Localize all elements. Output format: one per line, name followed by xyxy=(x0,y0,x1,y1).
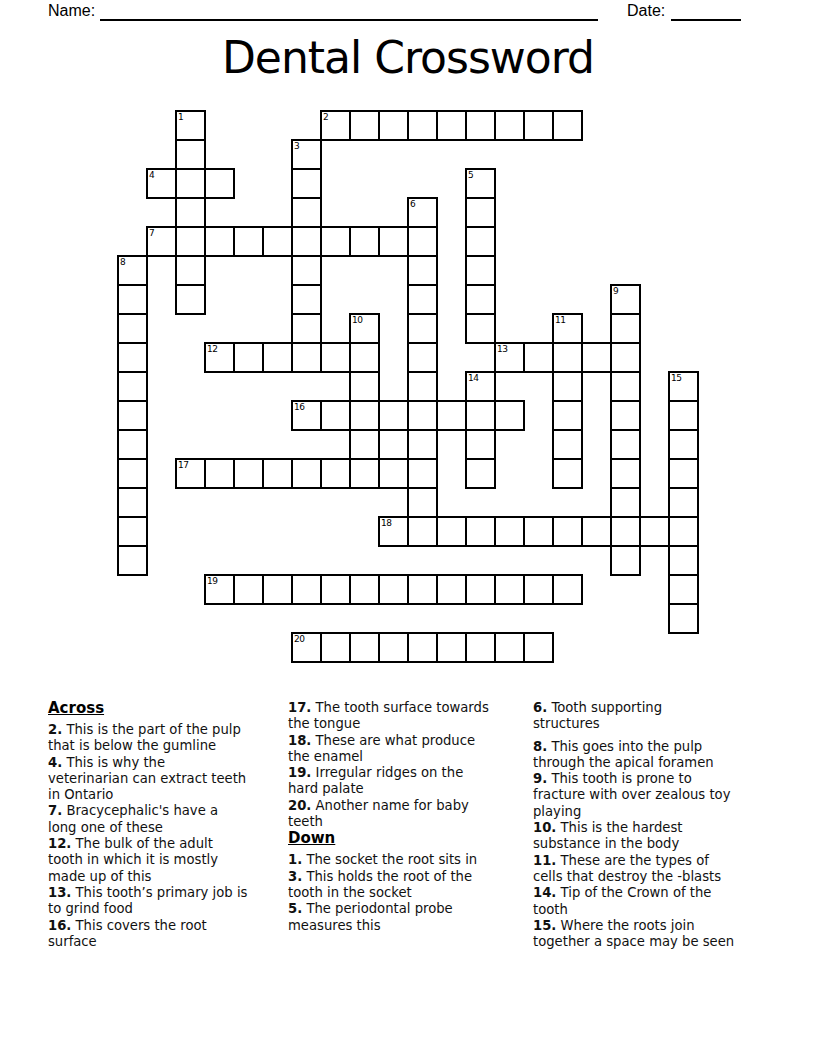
cell-r0c8[interactable] xyxy=(349,110,380,141)
clue-number-2: 2 xyxy=(323,112,328,122)
cell-r12c6[interactable] xyxy=(291,458,322,489)
clue-20-across: 20. Another name for babyteeth xyxy=(288,798,526,831)
clue-6-line-1: 6. Tooth supporting xyxy=(533,700,775,716)
clue-16-across: 16. This covers the rootsurface xyxy=(48,918,286,951)
clue-14-line-1: 14. Tip of the Crown of the xyxy=(533,885,775,901)
cell-r12c8[interactable] xyxy=(349,458,380,489)
clue-13-across: 13. This tooth’s primary job isto grind … xyxy=(48,885,286,918)
date-blank-line[interactable] xyxy=(671,19,741,21)
clue-8-line-1: 8. This goes into the pulp xyxy=(533,739,775,755)
cell-r5c6[interactable] xyxy=(291,255,322,286)
cell-r17c19[interactable] xyxy=(668,603,699,634)
cell-r8c8[interactable] xyxy=(349,342,380,373)
clue-15-down: 15. Where the roots jointogether a space… xyxy=(533,918,775,951)
clue-number-12: 12 xyxy=(207,344,217,354)
cell-r12c5[interactable] xyxy=(262,458,293,489)
cell-r2c12[interactable]: 5 xyxy=(465,168,496,199)
clue-12-across: 12. The bulk of the adulttooth in which … xyxy=(48,836,286,885)
cell-r3c2[interactable] xyxy=(175,197,206,228)
clue-17-across: 17. The tooth surface towardsthe tongue xyxy=(288,700,526,733)
clue-number-13: 13 xyxy=(497,344,507,354)
cell-r7c6[interactable] xyxy=(291,313,322,344)
cell-r8c14[interactable] xyxy=(523,342,554,373)
cell-r14c18[interactable] xyxy=(639,516,670,547)
cell-r12c15[interactable] xyxy=(552,458,583,489)
cell-r10c9[interactable] xyxy=(378,400,409,431)
cell-r2c3[interactable] xyxy=(204,168,235,199)
cell-r13c19[interactable] xyxy=(668,487,699,518)
clue-1-line-1: 1. The socket the root sits in xyxy=(288,852,526,868)
cell-r7c17[interactable] xyxy=(610,313,641,344)
cell-r4c1[interactable]: 7 xyxy=(146,226,177,257)
cell-r8c17[interactable] xyxy=(610,342,641,373)
cell-r12c19[interactable] xyxy=(668,458,699,489)
cell-r11c10[interactable] xyxy=(407,429,438,460)
clue-12-line-1: 12. The bulk of the adult xyxy=(48,836,286,852)
cell-r0c9[interactable] xyxy=(378,110,409,141)
across-heading: Across xyxy=(48,700,286,717)
cell-r5c0[interactable]: 8 xyxy=(117,255,148,286)
clue-number-7: 7 xyxy=(149,228,154,238)
cell-r14c11[interactable] xyxy=(436,516,467,547)
cell-r4c2[interactable] xyxy=(175,226,206,257)
cell-r15c0[interactable] xyxy=(117,545,148,576)
cell-r16c7[interactable] xyxy=(320,574,351,605)
clue-19-line-1: 19. Irregular ridges on the xyxy=(288,765,526,781)
cell-r8c15[interactable] xyxy=(552,342,583,373)
cell-r12c17[interactable] xyxy=(610,458,641,489)
cell-r14c9[interactable]: 18 xyxy=(378,516,409,547)
clue-number-5: 5 xyxy=(468,170,473,180)
clue-18-line-1: 18. These are what produce xyxy=(288,733,526,749)
name-label: Name: xyxy=(48,2,95,20)
clue-20-line-2: teeth xyxy=(288,814,526,830)
cell-r7c15[interactable]: 11 xyxy=(552,313,583,344)
cell-r9c17[interactable] xyxy=(610,371,641,402)
cell-r5c2[interactable] xyxy=(175,255,206,286)
clue-10-line-2: substance in the body xyxy=(533,836,775,852)
cell-r18c13[interactable] xyxy=(494,632,525,663)
cell-r10c6[interactable]: 16 xyxy=(291,400,322,431)
cell-r8c13[interactable]: 13 xyxy=(494,342,525,373)
clue-15-line-1: 15. Where the roots join xyxy=(533,918,775,934)
cell-r7c10[interactable] xyxy=(407,313,438,344)
cell-r12c12[interactable] xyxy=(465,458,496,489)
clue-12-line-3: made up of this xyxy=(48,869,286,885)
cell-r12c4[interactable] xyxy=(233,458,264,489)
clue-number-3: 3 xyxy=(294,141,299,151)
clue-column-middle: 17. The tooth surface towardsthe tongue1… xyxy=(288,700,526,934)
clue-10-line-1: 10. This is the hardest xyxy=(533,820,775,836)
cell-r10c17[interactable] xyxy=(610,400,641,431)
clue-8-down: 8. This goes into the pulpthrough the ap… xyxy=(533,739,775,772)
cell-r18c7[interactable] xyxy=(320,632,351,663)
clue-14-line-2: tooth xyxy=(533,902,775,918)
cell-r0c14[interactable] xyxy=(523,110,554,141)
cell-r4c4[interactable] xyxy=(233,226,264,257)
cell-r12c7[interactable] xyxy=(320,458,351,489)
cell-r6c6[interactable] xyxy=(291,284,322,315)
cell-r1c2[interactable] xyxy=(175,139,206,170)
clue-column-down: 6. Tooth supportingstructures8. This goe… xyxy=(533,700,775,950)
cell-r5c12[interactable] xyxy=(465,255,496,286)
clue-7-line-2: long one of these xyxy=(48,820,286,836)
cell-r8c5[interactable] xyxy=(262,342,293,373)
cell-r3c6[interactable] xyxy=(291,197,322,228)
cell-r4c9[interactable] xyxy=(378,226,409,257)
cell-r4c3[interactable] xyxy=(204,226,235,257)
cell-r16c3[interactable]: 19 xyxy=(204,574,235,605)
clue-7-line-1: 7. Bracycephalic's have a xyxy=(48,803,286,819)
cell-r10c13[interactable] xyxy=(494,400,525,431)
clue-number-19: 19 xyxy=(207,576,217,586)
clue-number-4: 4 xyxy=(149,170,154,180)
clue-20-line-1: 20. Another name for baby xyxy=(288,798,526,814)
clue-11-line-2: cells that destroy the -blasts xyxy=(533,869,775,885)
cell-r10c7[interactable] xyxy=(320,400,351,431)
cell-r6c0[interactable] xyxy=(117,284,148,315)
cell-r13c10[interactable] xyxy=(407,487,438,518)
clue-13-line-1: 13. This tooth’s primary job is xyxy=(48,885,286,901)
cell-r18c6[interactable]: 20 xyxy=(291,632,322,663)
cell-r16c19[interactable] xyxy=(668,574,699,605)
cell-r9c12[interactable]: 14 xyxy=(465,371,496,402)
clue-4-line-3: in Ontario xyxy=(48,787,286,803)
clue-6-down: 6. Tooth supportingstructures xyxy=(533,700,775,733)
cell-r18c11[interactable] xyxy=(436,632,467,663)
cell-r9c8[interactable] xyxy=(349,371,380,402)
clue-number-11: 11 xyxy=(555,315,565,325)
clue-9-line-1: 9. This tooth is prone to xyxy=(533,771,775,787)
clue-number-6: 6 xyxy=(410,199,415,209)
clue-2-line-2: that is below the gumline xyxy=(48,738,286,754)
clue-5-down: 5. The periodontal probemeasures this xyxy=(288,901,526,934)
clue-11-down: 11. These are the types ofcells that des… xyxy=(533,853,775,886)
date-label: Date: xyxy=(627,2,665,20)
cell-r4c10[interactable] xyxy=(407,226,438,257)
cell-r16c6[interactable] xyxy=(291,574,322,605)
cell-r7c8[interactable]: 10 xyxy=(349,313,380,344)
cell-r7c12[interactable] xyxy=(465,313,496,344)
cell-r3c10[interactable]: 6 xyxy=(407,197,438,228)
cell-r16c9[interactable] xyxy=(378,574,409,605)
cell-r0c2[interactable]: 1 xyxy=(175,110,206,141)
clue-number-16: 16 xyxy=(294,402,304,412)
cell-r6c2[interactable] xyxy=(175,284,206,315)
clue-3-line-2: tooth in the socket xyxy=(288,885,526,901)
cell-r0c12[interactable] xyxy=(465,110,496,141)
cell-r14c17[interactable] xyxy=(610,516,641,547)
cell-r18c12[interactable] xyxy=(465,632,496,663)
clue-2-across: 2. This is the part of the pulpthat is b… xyxy=(48,722,286,755)
clue-9-line-3: playing xyxy=(533,804,775,820)
cell-r14c19[interactable] xyxy=(668,516,699,547)
cell-r10c0[interactable] xyxy=(117,400,148,431)
cell-r14c14[interactable] xyxy=(523,516,554,547)
cell-r12c3[interactable] xyxy=(204,458,235,489)
clue-number-14: 14 xyxy=(468,373,478,383)
cell-r14c10[interactable] xyxy=(407,516,438,547)
clue-4-across: 4. This is why theveterinarian can extra… xyxy=(48,755,286,804)
cell-r8c3[interactable]: 12 xyxy=(204,342,235,373)
cell-r15c17[interactable] xyxy=(610,545,641,576)
crossword-grid: 1234567891011121314151617181920 xyxy=(117,110,699,663)
cell-r2c6[interactable] xyxy=(291,168,322,199)
clue-5-line-1: 5. The periodontal probe xyxy=(288,901,526,917)
cell-r16c4[interactable] xyxy=(233,574,264,605)
clue-10-down: 10. This is the hardestsubstance in the … xyxy=(533,820,775,853)
cell-r16c15[interactable] xyxy=(552,574,583,605)
cell-r11c12[interactable] xyxy=(465,429,496,460)
cell-r3c12[interactable] xyxy=(465,197,496,228)
cell-r6c10[interactable] xyxy=(407,284,438,315)
cell-r10c12[interactable] xyxy=(465,400,496,431)
cell-r14c13[interactable] xyxy=(494,516,525,547)
cell-r16c8[interactable] xyxy=(349,574,380,605)
clue-15-line-2: together a space may be seen xyxy=(533,934,775,950)
cell-r12c0[interactable] xyxy=(117,458,148,489)
cell-r9c0[interactable] xyxy=(117,371,148,402)
cell-r11c15[interactable] xyxy=(552,429,583,460)
cell-r10c19[interactable] xyxy=(668,400,699,431)
cell-r8c7[interactable] xyxy=(320,342,351,373)
clue-18-line-2: the enamel xyxy=(288,749,526,765)
cell-r18c14[interactable] xyxy=(523,632,554,663)
clue-number-20: 20 xyxy=(294,634,304,644)
clue-8-line-2: through the apical foramen xyxy=(533,755,775,771)
cell-r8c16[interactable] xyxy=(581,342,612,373)
clue-14-down: 14. Tip of the Crown of thetooth xyxy=(533,885,775,918)
clue-column-across: Across2. This is the part of the pulptha… xyxy=(48,700,286,950)
cell-r10c10[interactable] xyxy=(407,400,438,431)
cell-r12c9[interactable] xyxy=(378,458,409,489)
clue-18-across: 18. These are what producethe enamel xyxy=(288,733,526,766)
clue-19-across: 19. Irregular ridges on thehard palate xyxy=(288,765,526,798)
cell-r0c13[interactable] xyxy=(494,110,525,141)
clue-17-line-1: 17. The tooth surface towards xyxy=(288,700,526,716)
clue-2-line-1: 2. This is the part of the pulp xyxy=(48,722,286,738)
cell-r12c2[interactable]: 17 xyxy=(175,458,206,489)
clue-5-line-2: measures this xyxy=(288,918,526,934)
cell-r11c19[interactable] xyxy=(668,429,699,460)
cell-r8c0[interactable] xyxy=(117,342,148,373)
clue-number-9: 9 xyxy=(613,286,618,296)
cell-r9c10[interactable] xyxy=(407,371,438,402)
cell-r4c5[interactable] xyxy=(262,226,293,257)
cell-r12c10[interactable] xyxy=(407,458,438,489)
clue-3-down: 3. This holds the root of thetooth in th… xyxy=(288,869,526,902)
cell-r8c4[interactable] xyxy=(233,342,264,373)
cell-r6c17[interactable]: 9 xyxy=(610,284,641,315)
cell-r4c8[interactable] xyxy=(349,226,380,257)
clue-number-1: 1 xyxy=(178,112,183,122)
clue-16-line-2: surface xyxy=(48,934,286,950)
cell-r10c15[interactable] xyxy=(552,400,583,431)
cell-r14c15[interactable] xyxy=(552,516,583,547)
cell-r13c0[interactable] xyxy=(117,487,148,518)
cell-r18c10[interactable] xyxy=(407,632,438,663)
cell-r0c7[interactable]: 2 xyxy=(320,110,351,141)
cell-r16c12[interactable] xyxy=(465,574,496,605)
crossword-worksheet-page: Name: Date: Dental Crossword 12345678910… xyxy=(0,0,816,1056)
clue-9-line-2: fracture with over zealous toy xyxy=(533,787,775,803)
clue-4-line-1: 4. This is why the xyxy=(48,755,286,771)
cell-r16c5[interactable] xyxy=(262,574,293,605)
cell-r18c8[interactable] xyxy=(349,632,380,663)
cell-r15c19[interactable] xyxy=(668,545,699,576)
cell-r13c17[interactable] xyxy=(610,487,641,518)
cell-r16c10[interactable] xyxy=(407,574,438,605)
clue-19-line-2: hard palate xyxy=(288,781,526,797)
clue-9-down: 9. This tooth is prone tofracture with o… xyxy=(533,771,775,820)
cell-r4c6[interactable] xyxy=(291,226,322,257)
cell-r1c6[interactable]: 3 xyxy=(291,139,322,170)
cell-r11c0[interactable] xyxy=(117,429,148,460)
clue-number-8: 8 xyxy=(120,257,125,267)
cell-r14c12[interactable] xyxy=(465,516,496,547)
clue-17-line-2: the tongue xyxy=(288,716,526,732)
down-heading: Down xyxy=(288,830,526,847)
cell-r6c12[interactable] xyxy=(465,284,496,315)
cell-r0c11[interactable] xyxy=(436,110,467,141)
cell-r8c10[interactable] xyxy=(407,342,438,373)
clue-number-10: 10 xyxy=(352,315,362,325)
clue-4-line-2: veterinarian can extract teeth xyxy=(48,771,286,787)
cell-r8c6[interactable] xyxy=(291,342,322,373)
puzzle-title: Dental Crossword xyxy=(0,33,816,84)
cell-r16c14[interactable] xyxy=(523,574,554,605)
cell-r9c19[interactable]: 15 xyxy=(668,371,699,402)
clue-16-line-1: 16. This covers the root xyxy=(48,918,286,934)
clue-7-across: 7. Bracycephalic's have along one of the… xyxy=(48,803,286,836)
clue-number-18: 18 xyxy=(381,518,391,528)
cell-r4c12[interactable] xyxy=(465,226,496,257)
cell-r10c8[interactable] xyxy=(349,400,380,431)
cell-r7c0[interactable] xyxy=(117,313,148,344)
clue-12-line-2: tooth in which it is mostly xyxy=(48,852,286,868)
cell-r16c13[interactable] xyxy=(494,574,525,605)
clue-13-line-2: to grind food xyxy=(48,901,286,917)
clue-11-line-1: 11. These are the types of xyxy=(533,853,775,869)
cell-r0c15[interactable] xyxy=(552,110,583,141)
clue-3-line-1: 3. This holds the root of the xyxy=(288,869,526,885)
cell-r9c15[interactable] xyxy=(552,371,583,402)
cell-r2c2[interactable] xyxy=(175,168,206,199)
cell-r2c1[interactable]: 4 xyxy=(146,168,177,199)
clue-number-17: 17 xyxy=(178,460,188,470)
cell-r0c10[interactable] xyxy=(407,110,438,141)
cell-r10c11[interactable] xyxy=(436,400,467,431)
cell-r14c16[interactable] xyxy=(581,516,612,547)
clue-6-line-2: structures xyxy=(533,716,775,732)
name-blank-line[interactable] xyxy=(100,19,598,21)
cell-r4c7[interactable] xyxy=(320,226,351,257)
cell-r5c10[interactable] xyxy=(407,255,438,286)
cell-r16c11[interactable] xyxy=(436,574,467,605)
clue-number-15: 15 xyxy=(671,373,681,383)
cell-r11c8[interactable] xyxy=(349,429,380,460)
cell-r18c9[interactable] xyxy=(378,632,409,663)
cell-r14c0[interactable] xyxy=(117,516,148,547)
clue-1-down: 1. The socket the root sits in xyxy=(288,852,526,868)
cell-r11c17[interactable] xyxy=(610,429,641,460)
